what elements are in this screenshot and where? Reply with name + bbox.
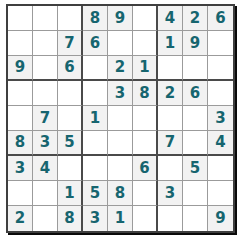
cell-r5c9[interactable]: 3 bbox=[208, 106, 233, 131]
cell-r4c8[interactable]: 6 bbox=[183, 81, 208, 106]
cell-r1c8[interactable]: 2 bbox=[183, 6, 208, 31]
cell-r8c5[interactable]: 8 bbox=[108, 181, 133, 206]
cell-r2c6[interactable] bbox=[133, 31, 158, 56]
cell-r6c9[interactable]: 4 bbox=[208, 131, 233, 156]
cell-r1c4[interactable]: 8 bbox=[83, 6, 108, 31]
cell-r8c7[interactable]: 3 bbox=[158, 181, 183, 206]
cell-r6c7[interactable]: 7 bbox=[158, 131, 183, 156]
cell-r8c6[interactable] bbox=[133, 181, 158, 206]
cell-r1c3[interactable] bbox=[58, 6, 83, 31]
sudoku-board-wrapper: 89426761996213826713835743465158328319 bbox=[6, 4, 235, 233]
cell-r7c3[interactable] bbox=[58, 156, 83, 181]
cell-r1c9[interactable]: 6 bbox=[208, 6, 233, 31]
cell-r2c3[interactable]: 7 bbox=[58, 31, 83, 56]
cell-r7c9[interactable] bbox=[208, 156, 233, 181]
cell-r7c8[interactable]: 5 bbox=[183, 156, 208, 181]
cell-r3c2[interactable] bbox=[33, 56, 58, 81]
cell-r8c9[interactable] bbox=[208, 181, 233, 206]
cell-r4c7[interactable]: 2 bbox=[158, 81, 183, 106]
cell-r9c2[interactable] bbox=[33, 206, 58, 231]
cell-r3c8[interactable] bbox=[183, 56, 208, 81]
cell-r7c2[interactable]: 4 bbox=[33, 156, 58, 181]
cell-r1c2[interactable] bbox=[33, 6, 58, 31]
cell-r9c6[interactable] bbox=[133, 206, 158, 231]
cell-r6c5[interactable] bbox=[108, 131, 133, 156]
cell-r2c9[interactable] bbox=[208, 31, 233, 56]
cell-r4c5[interactable]: 3 bbox=[108, 81, 133, 106]
cell-r3c4[interactable] bbox=[83, 56, 108, 81]
cell-r1c1[interactable] bbox=[8, 6, 33, 31]
cell-r8c8[interactable] bbox=[183, 181, 208, 206]
cell-r2c1[interactable] bbox=[8, 31, 33, 56]
cell-r3c9[interactable] bbox=[208, 56, 233, 81]
cell-r2c7[interactable]: 1 bbox=[158, 31, 183, 56]
cell-r3c1[interactable]: 9 bbox=[8, 56, 33, 81]
cell-r9c1[interactable]: 2 bbox=[8, 206, 33, 231]
cell-r3c5[interactable]: 2 bbox=[108, 56, 133, 81]
cell-r3c6[interactable]: 1 bbox=[133, 56, 158, 81]
cell-r1c7[interactable]: 4 bbox=[158, 6, 183, 31]
cell-r7c5[interactable] bbox=[108, 156, 133, 181]
cell-r3c3[interactable]: 6 bbox=[58, 56, 83, 81]
cell-r4c1[interactable] bbox=[8, 81, 33, 106]
cell-r2c4[interactable]: 6 bbox=[83, 31, 108, 56]
cell-r1c6[interactable] bbox=[133, 6, 158, 31]
cell-r3c7[interactable] bbox=[158, 56, 183, 81]
cell-r6c3[interactable]: 5 bbox=[58, 131, 83, 156]
cell-r5c6[interactable] bbox=[133, 106, 158, 131]
cell-r7c4[interactable] bbox=[83, 156, 108, 181]
cell-r5c1[interactable] bbox=[8, 106, 33, 131]
cell-r2c2[interactable] bbox=[33, 31, 58, 56]
cell-r5c2[interactable]: 7 bbox=[33, 106, 58, 131]
cell-r8c3[interactable]: 1 bbox=[58, 181, 83, 206]
cell-r6c8[interactable] bbox=[183, 131, 208, 156]
cell-r9c9[interactable]: 9 bbox=[208, 206, 233, 231]
cell-r6c1[interactable]: 8 bbox=[8, 131, 33, 156]
cell-r9c3[interactable]: 8 bbox=[58, 206, 83, 231]
cell-r7c6[interactable]: 6 bbox=[133, 156, 158, 181]
cell-r2c8[interactable]: 9 bbox=[183, 31, 208, 56]
cell-r9c7[interactable] bbox=[158, 206, 183, 231]
cell-r2c5[interactable] bbox=[108, 31, 133, 56]
cell-r5c5[interactable] bbox=[108, 106, 133, 131]
cell-r9c8[interactable] bbox=[183, 206, 208, 231]
cell-r9c4[interactable]: 3 bbox=[83, 206, 108, 231]
cell-r5c7[interactable] bbox=[158, 106, 183, 131]
cell-r9c5[interactable]: 1 bbox=[108, 206, 133, 231]
cell-r4c4[interactable] bbox=[83, 81, 108, 106]
cell-r6c2[interactable]: 3 bbox=[33, 131, 58, 156]
cell-r8c1[interactable] bbox=[8, 181, 33, 206]
cell-r5c4[interactable]: 1 bbox=[83, 106, 108, 131]
sudoku-board: 89426761996213826713835743465158328319 bbox=[6, 4, 235, 233]
cell-r4c3[interactable] bbox=[58, 81, 83, 106]
cell-r5c8[interactable] bbox=[183, 106, 208, 131]
cell-r4c9[interactable] bbox=[208, 81, 233, 106]
cell-r6c6[interactable] bbox=[133, 131, 158, 156]
cell-r7c7[interactable] bbox=[158, 156, 183, 181]
cell-r8c4[interactable]: 5 bbox=[83, 181, 108, 206]
cell-r7c1[interactable]: 3 bbox=[8, 156, 33, 181]
cell-r4c2[interactable] bbox=[33, 81, 58, 106]
cell-r5c3[interactable] bbox=[58, 106, 83, 131]
cell-r8c2[interactable] bbox=[33, 181, 58, 206]
cell-r1c5[interactable]: 9 bbox=[108, 6, 133, 31]
cell-r6c4[interactable] bbox=[83, 131, 108, 156]
cell-r4c6[interactable]: 8 bbox=[133, 81, 158, 106]
